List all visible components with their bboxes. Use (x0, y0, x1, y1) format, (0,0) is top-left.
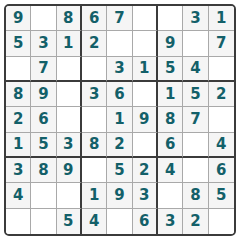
sudoku-cell-r6c3: 3 (57, 133, 82, 158)
sudoku-cell-r4c4: 3 (82, 82, 107, 107)
sudoku-cell-r2c9: 7 (209, 31, 234, 56)
sudoku-board: 9867315312977315489361522619871538264389… (4, 4, 236, 236)
sudoku-cell-r3c9[interactable] (209, 57, 234, 82)
sudoku-cell-r3c6: 1 (133, 57, 158, 82)
sudoku-cell-r5c6: 9 (133, 107, 158, 132)
sudoku-cell-r6c5: 2 (107, 133, 132, 158)
sudoku-cell-r5c2: 6 (31, 107, 56, 132)
sudoku-cell-r1c9: 1 (209, 6, 234, 31)
sudoku-cell-r1c7[interactable] (158, 6, 183, 31)
sudoku-cell-r2c6[interactable] (133, 31, 158, 56)
sudoku-cell-r3c5: 3 (107, 57, 132, 82)
sudoku-cell-r3c1[interactable] (6, 57, 31, 82)
sudoku-cell-r9c3: 5 (57, 209, 82, 234)
sudoku-cell-r6c2: 5 (31, 133, 56, 158)
sudoku-cell-r8c5: 9 (107, 183, 132, 208)
sudoku-cell-r2c7: 9 (158, 31, 183, 56)
sudoku-cell-r6c9: 4 (209, 133, 234, 158)
sudoku-cell-r9c9[interactable] (209, 209, 234, 234)
sudoku-cell-r1c8: 3 (183, 6, 208, 31)
sudoku-cell-r7c6: 2 (133, 158, 158, 183)
sudoku-cell-r2c1: 5 (6, 31, 31, 56)
sudoku-cell-r6c8[interactable] (183, 133, 208, 158)
sudoku-cell-r8c4: 1 (82, 183, 107, 208)
sudoku-cell-r5c7: 8 (158, 107, 183, 132)
sudoku-cell-r1c3: 8 (57, 6, 82, 31)
sudoku-cell-r1c5: 7 (107, 6, 132, 31)
sudoku-cell-r7c8[interactable] (183, 158, 208, 183)
sudoku-cell-r7c9: 6 (209, 158, 234, 183)
sudoku-cell-r9c1[interactable] (6, 209, 31, 234)
sudoku-cell-r1c2[interactable] (31, 6, 56, 31)
sudoku-cell-r3c4[interactable] (82, 57, 107, 82)
sudoku-cell-r9c4: 4 (82, 209, 107, 234)
sudoku-cell-r4c6[interactable] (133, 82, 158, 107)
sudoku-cell-r2c4: 2 (82, 31, 107, 56)
sudoku-cell-r4c7: 1 (158, 82, 183, 107)
sudoku-cell-r6c6[interactable] (133, 133, 158, 158)
sudoku-cell-r9c7: 3 (158, 209, 183, 234)
sudoku-cell-r9c5[interactable] (107, 209, 132, 234)
sudoku-cell-r4c5: 6 (107, 82, 132, 107)
sudoku-cell-r9c2[interactable] (31, 209, 56, 234)
sudoku-cell-r2c3: 1 (57, 31, 82, 56)
sudoku-cell-r5c4[interactable] (82, 107, 107, 132)
sudoku-cell-r6c4: 8 (82, 133, 107, 158)
sudoku-cell-r5c1: 2 (6, 107, 31, 132)
sudoku-cell-r4c2: 9 (31, 82, 56, 107)
sudoku-cell-r7c3: 9 (57, 158, 82, 183)
sudoku-cell-r8c7[interactable] (158, 183, 183, 208)
sudoku-cell-r7c1: 3 (6, 158, 31, 183)
sudoku-cell-r8c1: 4 (6, 183, 31, 208)
sudoku-cell-r3c8: 4 (183, 57, 208, 82)
sudoku-cell-r4c8: 5 (183, 82, 208, 107)
sudoku-cell-r3c7: 5 (158, 57, 183, 82)
sudoku-cell-r8c2[interactable] (31, 183, 56, 208)
sudoku-cell-r1c1: 9 (6, 6, 31, 31)
sudoku-cell-r5c3[interactable] (57, 107, 82, 132)
sudoku-cell-r2c5[interactable] (107, 31, 132, 56)
sudoku-cell-r7c2: 8 (31, 158, 56, 183)
sudoku-cell-r5c8: 7 (183, 107, 208, 132)
sudoku-cell-r5c5: 1 (107, 107, 132, 132)
sudoku-cell-r6c7: 6 (158, 133, 183, 158)
sudoku-cell-r3c2: 7 (31, 57, 56, 82)
sudoku-cell-r4c1: 8 (6, 82, 31, 107)
sudoku-cell-r2c8[interactable] (183, 31, 208, 56)
sudoku-cell-r4c3[interactable] (57, 82, 82, 107)
sudoku-cell-r8c8: 8 (183, 183, 208, 208)
sudoku-cell-r8c6: 3 (133, 183, 158, 208)
sudoku-cell-r8c9: 5 (209, 183, 234, 208)
sudoku-cell-r7c7: 4 (158, 158, 183, 183)
sudoku-cell-r7c5: 5 (107, 158, 132, 183)
sudoku-cell-r5c9[interactable] (209, 107, 234, 132)
sudoku-cell-r7c4[interactable] (82, 158, 107, 183)
sudoku-cell-r8c3[interactable] (57, 183, 82, 208)
sudoku-cell-r1c6[interactable] (133, 6, 158, 31)
sudoku-cell-r9c6: 6 (133, 209, 158, 234)
sudoku-cell-r2c2: 3 (31, 31, 56, 56)
sudoku-cell-r1c4: 6 (82, 6, 107, 31)
sudoku-cell-r4c9: 2 (209, 82, 234, 107)
sudoku-cell-r3c3[interactable] (57, 57, 82, 82)
sudoku-cell-r9c8: 2 (183, 209, 208, 234)
sudoku-cell-r6c1: 1 (6, 133, 31, 158)
